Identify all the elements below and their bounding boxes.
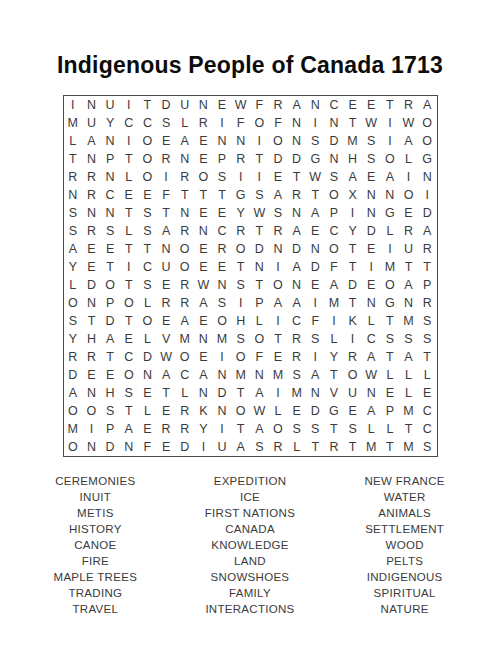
grid-cell: U bbox=[213, 438, 232, 456]
grid-cell: L bbox=[175, 384, 194, 402]
grid-cell: M bbox=[175, 330, 194, 348]
grid-cell: K bbox=[194, 402, 213, 420]
grid-cell: O bbox=[138, 150, 157, 168]
grid-cell: L bbox=[138, 330, 157, 348]
grid-cell: F bbox=[306, 312, 325, 330]
grid-cell: E bbox=[362, 276, 381, 294]
grid-cell: T bbox=[119, 312, 138, 330]
grid-cell: U bbox=[157, 258, 176, 276]
word-list-item: NATURE bbox=[327, 601, 482, 617]
grid-cell: O bbox=[381, 276, 400, 294]
grid-cell: R bbox=[231, 150, 250, 168]
grid-cell: E bbox=[194, 150, 213, 168]
grid-cell: G bbox=[381, 294, 400, 312]
grid-cell: A bbox=[175, 312, 194, 330]
grid-cell: E bbox=[194, 204, 213, 222]
grid-cell: O bbox=[325, 240, 344, 258]
grid-cell: R bbox=[213, 240, 232, 258]
grid-cell: A bbox=[287, 222, 306, 240]
grid-cell: T bbox=[306, 438, 325, 456]
grid-cell: A bbox=[64, 384, 83, 402]
grid-cell: R bbox=[157, 150, 176, 168]
word-list-item: WOOD bbox=[327, 537, 482, 553]
grid-cell: E bbox=[157, 438, 176, 456]
grid-cell: O bbox=[325, 186, 344, 204]
grid-cell: L bbox=[399, 366, 418, 384]
grid-cell: S bbox=[418, 312, 437, 330]
grid-cell: O bbox=[269, 132, 288, 150]
grid-cell: I bbox=[213, 420, 232, 438]
grid-cell: T bbox=[119, 150, 138, 168]
grid-cell: N bbox=[399, 294, 418, 312]
grid-cell: S bbox=[64, 312, 83, 330]
worksheet-page: Indigenous People of Canada 1713 INUITDU… bbox=[0, 0, 500, 647]
grid-cell: E bbox=[399, 204, 418, 222]
grid-cell: I bbox=[213, 114, 232, 132]
grid-cell: T bbox=[399, 420, 418, 438]
grid-cell: T bbox=[250, 222, 269, 240]
grid-cell: E bbox=[287, 402, 306, 420]
grid-cell: I bbox=[399, 168, 418, 186]
grid-cell: N bbox=[82, 294, 101, 312]
grid-cell: N bbox=[269, 240, 288, 258]
grid-cell: L bbox=[418, 366, 437, 384]
grid-cell: A bbox=[231, 438, 250, 456]
grid-cell: N bbox=[231, 132, 250, 150]
grid-cell: E bbox=[269, 168, 288, 186]
grid-cell: N bbox=[101, 132, 120, 150]
grid-cell: N bbox=[82, 204, 101, 222]
grid-cell: O bbox=[231, 348, 250, 366]
grid-cell: S bbox=[381, 330, 400, 348]
grid-cell: E bbox=[362, 96, 381, 114]
grid-cell: N bbox=[306, 384, 325, 402]
grid-cell: A bbox=[194, 294, 213, 312]
grid-cell: T bbox=[343, 240, 362, 258]
grid-cell: R bbox=[64, 168, 83, 186]
grid-cell: A bbox=[175, 132, 194, 150]
grid-cell: N bbox=[194, 96, 213, 114]
grid-cell: F bbox=[157, 186, 176, 204]
grid-cell: T bbox=[343, 114, 362, 132]
grid-cell: T bbox=[381, 438, 400, 456]
grid-cell: R bbox=[82, 348, 101, 366]
grid-cell: E bbox=[213, 96, 232, 114]
grid-cell: T bbox=[138, 240, 157, 258]
grid-cell: S bbox=[269, 204, 288, 222]
grid-cell: L bbox=[119, 168, 138, 186]
grid-cell: S bbox=[287, 366, 306, 384]
grid-cell: G bbox=[381, 204, 400, 222]
grid-cell: E bbox=[213, 204, 232, 222]
grid-cell: I bbox=[362, 258, 381, 276]
grid-cell: F bbox=[250, 96, 269, 114]
word-list-item: PELTS bbox=[327, 553, 482, 569]
grid-cell: L bbox=[64, 132, 83, 150]
grid-cell: D bbox=[157, 96, 176, 114]
grid-cell: O bbox=[250, 330, 269, 348]
grid-cell: E bbox=[119, 330, 138, 348]
grid-cell: Y bbox=[64, 330, 83, 348]
grid-cell: C bbox=[119, 114, 138, 132]
grid-cell: N bbox=[381, 186, 400, 204]
grid-cell: W bbox=[194, 276, 213, 294]
grid-cell: A bbox=[269, 294, 288, 312]
grid-cell: N bbox=[250, 258, 269, 276]
grid-cell: I bbox=[381, 114, 400, 132]
grid-cell: T bbox=[119, 402, 138, 420]
grid-cell: T bbox=[119, 276, 138, 294]
grid-cell: C bbox=[138, 114, 157, 132]
grid-cell: A bbox=[399, 348, 418, 366]
grid-cell: R bbox=[175, 294, 194, 312]
grid-cell: R bbox=[175, 276, 194, 294]
grid-cell: A bbox=[82, 132, 101, 150]
grid-cell: T bbox=[287, 168, 306, 186]
grid-cell: O bbox=[194, 168, 213, 186]
grid-cell: A bbox=[287, 96, 306, 114]
grid-cell: S bbox=[231, 330, 250, 348]
grid-cell: T bbox=[194, 186, 213, 204]
grid-cell: L bbox=[399, 150, 418, 168]
grid-cell: O bbox=[119, 294, 138, 312]
grid-cell: R bbox=[269, 222, 288, 240]
grid-cell: T bbox=[325, 420, 344, 438]
grid-cell: N bbox=[101, 204, 120, 222]
grid-cell: A bbox=[362, 402, 381, 420]
grid-cell: A bbox=[343, 168, 362, 186]
grid-cell: O bbox=[64, 402, 83, 420]
grid-cell: I bbox=[269, 258, 288, 276]
grid-cell: X bbox=[343, 186, 362, 204]
grid-cell: D bbox=[306, 402, 325, 420]
grid-cell: S bbox=[343, 420, 362, 438]
grid-cell: N bbox=[287, 114, 306, 132]
grid-cell: S bbox=[325, 168, 344, 186]
grid-cell: S bbox=[213, 168, 232, 186]
grid-cell: N bbox=[194, 222, 213, 240]
grid-cell: O bbox=[269, 420, 288, 438]
grid-cell: T bbox=[381, 312, 400, 330]
grid-cell: O bbox=[101, 276, 120, 294]
grid-cell: O bbox=[250, 114, 269, 132]
grid-cell: O bbox=[138, 168, 157, 186]
grid-cell: N bbox=[418, 168, 437, 186]
grid-cell: P bbox=[213, 150, 232, 168]
grid-cell: D bbox=[250, 240, 269, 258]
grid-cell: R bbox=[64, 348, 83, 366]
grid-cell: O bbox=[175, 258, 194, 276]
grid-cell: W bbox=[157, 348, 176, 366]
word-list-item: HISTORY bbox=[18, 521, 173, 537]
grid-cell: I bbox=[418, 186, 437, 204]
grid-cell: R bbox=[287, 186, 306, 204]
grid-cell: R bbox=[418, 240, 437, 258]
grid-cell: M bbox=[399, 312, 418, 330]
grid-cell: R bbox=[82, 186, 101, 204]
grid-cell: D bbox=[101, 438, 120, 456]
grid-cell: R bbox=[269, 96, 288, 114]
grid-cell: T bbox=[250, 150, 269, 168]
grid-cell: D bbox=[213, 384, 232, 402]
grid-cell: D bbox=[287, 240, 306, 258]
grid-cell: N bbox=[213, 132, 232, 150]
grid-cell: L bbox=[119, 222, 138, 240]
word-list-item: FAMILY bbox=[173, 585, 328, 601]
grid-cell: O bbox=[231, 402, 250, 420]
grid-cell: R bbox=[287, 330, 306, 348]
grid-cell: E bbox=[306, 222, 325, 240]
grid-cell: U bbox=[343, 384, 362, 402]
word-list-item: MAPLE TREES bbox=[18, 569, 173, 585]
grid-cell: I bbox=[325, 312, 344, 330]
word-list-item: INUIT bbox=[18, 489, 173, 505]
grid-cell: A bbox=[119, 420, 138, 438]
grid-cell: M bbox=[287, 384, 306, 402]
grid-cell: O bbox=[119, 366, 138, 384]
grid-cell: I bbox=[306, 294, 325, 312]
grid-cell: I bbox=[82, 420, 101, 438]
word-list-item: NEW FRANCE bbox=[327, 473, 482, 489]
grid-cell: E bbox=[157, 402, 176, 420]
grid-cell: C bbox=[287, 312, 306, 330]
grid-cell: C bbox=[325, 96, 344, 114]
grid-cell: H bbox=[343, 150, 362, 168]
grid-cell: L bbox=[64, 276, 83, 294]
grid-cell: L bbox=[381, 222, 400, 240]
grid-cell: S bbox=[138, 204, 157, 222]
grid-cell: O bbox=[418, 114, 437, 132]
grid-cell: H bbox=[101, 384, 120, 402]
grid-cell: W bbox=[362, 114, 381, 132]
grid-cell: F bbox=[269, 114, 288, 132]
grid-cell: E bbox=[82, 366, 101, 384]
word-list-item: CANADA bbox=[173, 521, 328, 537]
grid-cell: L bbox=[399, 384, 418, 402]
grid-cell: E bbox=[194, 132, 213, 150]
grid-cell: E bbox=[194, 348, 213, 366]
grid-cell: U bbox=[175, 96, 194, 114]
grid-cell: L bbox=[175, 114, 194, 132]
grid-cell: N bbox=[82, 96, 101, 114]
grid-cell: T bbox=[343, 258, 362, 276]
grid-cell: M bbox=[325, 294, 344, 312]
grid-cell: N bbox=[82, 150, 101, 168]
grid-cell: E bbox=[157, 312, 176, 330]
grid-cell: N bbox=[82, 384, 101, 402]
grid-cell: C bbox=[119, 348, 138, 366]
grid-cell: I bbox=[119, 96, 138, 114]
grid-cell: T bbox=[157, 204, 176, 222]
grid-cell: G bbox=[325, 402, 344, 420]
grid-cell: T bbox=[231, 384, 250, 402]
grid-cell: E bbox=[362, 240, 381, 258]
grid-cell: E bbox=[101, 366, 120, 384]
grid-cell: E bbox=[306, 276, 325, 294]
grid-cell: A bbox=[101, 330, 120, 348]
grid-cell: R bbox=[82, 168, 101, 186]
grid-cell: S bbox=[418, 330, 437, 348]
grid-cell: R bbox=[287, 348, 306, 366]
grid-cell: D bbox=[325, 132, 344, 150]
grid-cell: S bbox=[101, 402, 120, 420]
grid-cell: E bbox=[418, 384, 437, 402]
grid-cell: I bbox=[381, 240, 400, 258]
grid-cell: H bbox=[82, 330, 101, 348]
grid-cell: Y bbox=[101, 114, 120, 132]
grid-cell: S bbox=[306, 330, 325, 348]
grid-cell: M bbox=[213, 330, 232, 348]
grid-cell: D bbox=[287, 150, 306, 168]
grid-cell: R bbox=[175, 420, 194, 438]
grid-cell: Y bbox=[194, 420, 213, 438]
grid-cell: F bbox=[250, 348, 269, 366]
grid-cell: E bbox=[213, 258, 232, 276]
grid-cell: T bbox=[82, 312, 101, 330]
grid-cell: D bbox=[362, 222, 381, 240]
grid-cell: W bbox=[231, 96, 250, 114]
grid-cell: S bbox=[64, 222, 83, 240]
grid-cell: R bbox=[231, 222, 250, 240]
grid-cell: N bbox=[287, 132, 306, 150]
grid-cell: O bbox=[343, 366, 362, 384]
grid-cell: I bbox=[213, 348, 232, 366]
grid-cell: N bbox=[213, 402, 232, 420]
grid-cell: P bbox=[325, 204, 344, 222]
word-list-item: METIS bbox=[18, 505, 173, 521]
grid-cell: N bbox=[175, 150, 194, 168]
grid-cell: T bbox=[418, 348, 437, 366]
grid-cell: M bbox=[381, 258, 400, 276]
grid-cell: N bbox=[64, 186, 83, 204]
grid-cell: T bbox=[119, 240, 138, 258]
grid-cell: O bbox=[269, 276, 288, 294]
grid-cell: D bbox=[138, 348, 157, 366]
grid-cell: R bbox=[194, 114, 213, 132]
grid-cell: N bbox=[157, 240, 176, 258]
grid-cell: U bbox=[82, 114, 101, 132]
grid-cell: S bbox=[362, 150, 381, 168]
grid-cell: I bbox=[250, 168, 269, 186]
grid-cell: C bbox=[175, 366, 194, 384]
grid-cell: S bbox=[287, 420, 306, 438]
grid-cell: R bbox=[157, 294, 176, 312]
grid-cell: I bbox=[269, 384, 288, 402]
grid-cell: E bbox=[101, 240, 120, 258]
grid-cell: E bbox=[343, 96, 362, 114]
grid-cell: O bbox=[399, 186, 418, 204]
grid-cell: E bbox=[194, 240, 213, 258]
grid-cell: D bbox=[306, 258, 325, 276]
grid-cell: O bbox=[175, 240, 194, 258]
grid-cell: Y bbox=[343, 222, 362, 240]
grid-cell: L bbox=[287, 438, 306, 456]
grid-cell: D bbox=[175, 438, 194, 456]
grid-cell: A bbox=[157, 222, 176, 240]
grid-cell: L bbox=[138, 402, 157, 420]
grid-cell: T bbox=[381, 96, 400, 114]
grid-cell: N bbox=[194, 384, 213, 402]
grid-cell: A bbox=[250, 420, 269, 438]
grid-cell: I bbox=[381, 132, 400, 150]
grid-cell: N bbox=[287, 276, 306, 294]
grid-cell: L bbox=[269, 402, 288, 420]
grid-cell: T bbox=[119, 204, 138, 222]
grid-cell: D bbox=[101, 312, 120, 330]
grid-cell: L bbox=[381, 366, 400, 384]
grid-cell: R bbox=[175, 222, 194, 240]
word-list-item: INTERACTIONS bbox=[173, 601, 328, 617]
grid-cell: S bbox=[64, 204, 83, 222]
grid-cell: V bbox=[325, 384, 344, 402]
grid-cell: F bbox=[138, 438, 157, 456]
grid-cell: K bbox=[343, 312, 362, 330]
grid-cell: E bbox=[269, 348, 288, 366]
grid-cell: S bbox=[250, 438, 269, 456]
grid-cell: M bbox=[362, 438, 381, 456]
grid-cell: E bbox=[138, 186, 157, 204]
word-list-item: KNOWLEDGE bbox=[173, 537, 328, 553]
grid-cell: E bbox=[138, 420, 157, 438]
grid-cell: R bbox=[175, 168, 194, 186]
grid-cell: C bbox=[418, 402, 437, 420]
grid-cell: P bbox=[101, 420, 120, 438]
grid-cell: N bbox=[362, 384, 381, 402]
grid-cell: P bbox=[250, 294, 269, 312]
word-list-item: LAND bbox=[173, 553, 328, 569]
grid-cell: L bbox=[325, 330, 344, 348]
grid-cell: M bbox=[64, 114, 83, 132]
word-list-item: EXPEDITION bbox=[173, 473, 328, 489]
grid-cell: A bbox=[194, 366, 213, 384]
grid-cell: D bbox=[418, 204, 437, 222]
grid-cell: A bbox=[418, 222, 437, 240]
word-list-item: SPIRITUAL bbox=[327, 585, 482, 601]
grid-cell: N bbox=[138, 366, 157, 384]
grid-cell: O bbox=[418, 132, 437, 150]
grid-cell: I bbox=[157, 168, 176, 186]
grid-cell: L bbox=[362, 420, 381, 438]
grid-cell: N bbox=[175, 204, 194, 222]
grid-cell: L bbox=[381, 420, 400, 438]
word-list-item: WATER bbox=[327, 489, 482, 505]
grid-cell: T bbox=[231, 420, 250, 438]
grid-cell: N bbox=[213, 366, 232, 384]
grid-cell: G bbox=[418, 150, 437, 168]
grid-cell: I bbox=[64, 96, 83, 114]
grid-cell: E bbox=[381, 384, 400, 402]
grid-cell: I bbox=[119, 132, 138, 150]
grid-cell: I bbox=[250, 132, 269, 150]
grid-cell: E bbox=[343, 402, 362, 420]
grid-cell: A bbox=[362, 348, 381, 366]
grid-cell: R bbox=[175, 402, 194, 420]
grid-cell: N bbox=[306, 240, 325, 258]
grid-cell: I bbox=[119, 258, 138, 276]
grid-cell: A bbox=[381, 168, 400, 186]
grid-cell: N bbox=[306, 96, 325, 114]
grid-cell: W bbox=[306, 168, 325, 186]
grid-cell: S bbox=[213, 294, 232, 312]
grid-cell: E bbox=[119, 186, 138, 204]
grid-cell: M bbox=[64, 420, 83, 438]
grid-cell: E bbox=[194, 312, 213, 330]
grid-cell: O bbox=[381, 150, 400, 168]
grid-cell: N bbox=[287, 204, 306, 222]
grid-cell: M bbox=[343, 132, 362, 150]
grid-cell: G bbox=[231, 186, 250, 204]
grid-cell: G bbox=[306, 150, 325, 168]
